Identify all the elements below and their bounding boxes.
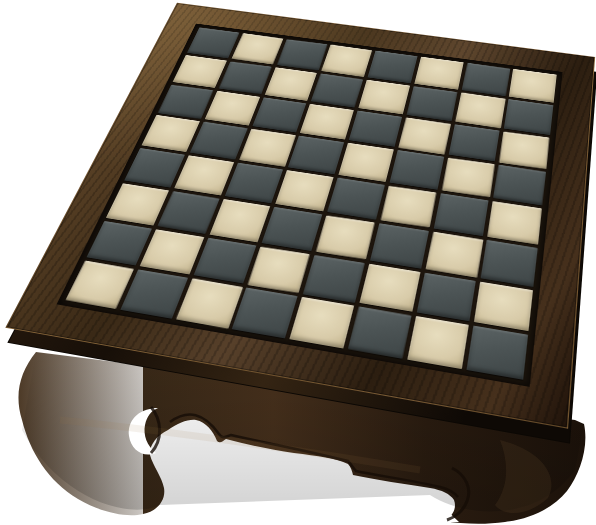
- square-r3c1[interactable]: [158, 84, 213, 118]
- square-r5c6[interactable]: [381, 186, 436, 227]
- square-r3c3[interactable]: [252, 97, 307, 133]
- square-r4c4[interactable]: [288, 136, 344, 175]
- square-r3c5[interactable]: [349, 110, 402, 147]
- square-r2c7[interactable]: [455, 92, 505, 128]
- square-r6c8[interactable]: [481, 240, 538, 287]
- square-r2c3[interactable]: [264, 67, 317, 101]
- square-r4c5[interactable]: [338, 143, 393, 182]
- square-r6c2[interactable]: [157, 191, 219, 234]
- square-r5c8[interactable]: [488, 201, 542, 244]
- square-r1c2[interactable]: [231, 33, 283, 64]
- square-r1c3[interactable]: [277, 39, 327, 70]
- square-r7c5[interactable]: [303, 255, 364, 302]
- square-r8c5[interactable]: [289, 297, 354, 348]
- square-r5c1[interactable]: [124, 148, 184, 187]
- square-r3c8[interactable]: [500, 131, 550, 168]
- square-r7c2[interactable]: [139, 229, 204, 275]
- square-r6c4[interactable]: [262, 207, 322, 251]
- square-r5c5[interactable]: [327, 178, 385, 220]
- square-r6c6[interactable]: [370, 223, 429, 268]
- square-r2c1[interactable]: [173, 55, 227, 88]
- square-r1c6[interactable]: [414, 57, 463, 90]
- square-r4c3[interactable]: [239, 129, 295, 167]
- square-r5c4[interactable]: [276, 170, 334, 211]
- square-r3c6[interactable]: [398, 117, 450, 154]
- square-r2c8[interactable]: [504, 99, 553, 135]
- square-r2c4[interactable]: [311, 73, 363, 107]
- square-r5c7[interactable]: [433, 193, 489, 236]
- square-r7c7[interactable]: [416, 272, 476, 321]
- square-r8c6[interactable]: [348, 307, 411, 359]
- square-r4c1[interactable]: [141, 115, 199, 152]
- square-r2c5[interactable]: [358, 80, 409, 114]
- square-r1c7[interactable]: [461, 63, 509, 96]
- square-r1c4[interactable]: [321, 45, 372, 77]
- square-r8c8[interactable]: [467, 326, 528, 380]
- product-photo-scene: [0, 0, 596, 525]
- square-r8c2[interactable]: [120, 270, 187, 319]
- square-r1c8[interactable]: [509, 69, 557, 103]
- square-r3c4[interactable]: [300, 104, 354, 140]
- square-r4c8[interactable]: [493, 165, 546, 206]
- square-r8c7[interactable]: [407, 316, 469, 369]
- square-r4c6[interactable]: [389, 150, 443, 190]
- square-r1c5[interactable]: [368, 51, 418, 83]
- square-r6c7[interactable]: [425, 231, 483, 277]
- square-r6c3[interactable]: [209, 199, 270, 242]
- square-r2c2[interactable]: [219, 61, 271, 93]
- square-r5c3[interactable]: [224, 163, 283, 204]
- square-r7c4[interactable]: [248, 246, 309, 292]
- square-r7c6[interactable]: [359, 263, 420, 312]
- square-r4c7[interactable]: [442, 158, 494, 197]
- square-r5c2[interactable]: [174, 155, 234, 195]
- square-r3c2[interactable]: [204, 90, 259, 125]
- square-r8c3[interactable]: [175, 278, 242, 328]
- square-r8c4[interactable]: [232, 288, 298, 339]
- square-r7c8[interactable]: [474, 281, 533, 331]
- square-r2c6[interactable]: [407, 86, 457, 121]
- square-r3c7[interactable]: [448, 124, 500, 162]
- square-r7c3[interactable]: [193, 237, 257, 283]
- square-r4c2[interactable]: [190, 122, 248, 160]
- square-r6c5[interactable]: [316, 215, 374, 259]
- square-r1c1[interactable]: [187, 27, 239, 58]
